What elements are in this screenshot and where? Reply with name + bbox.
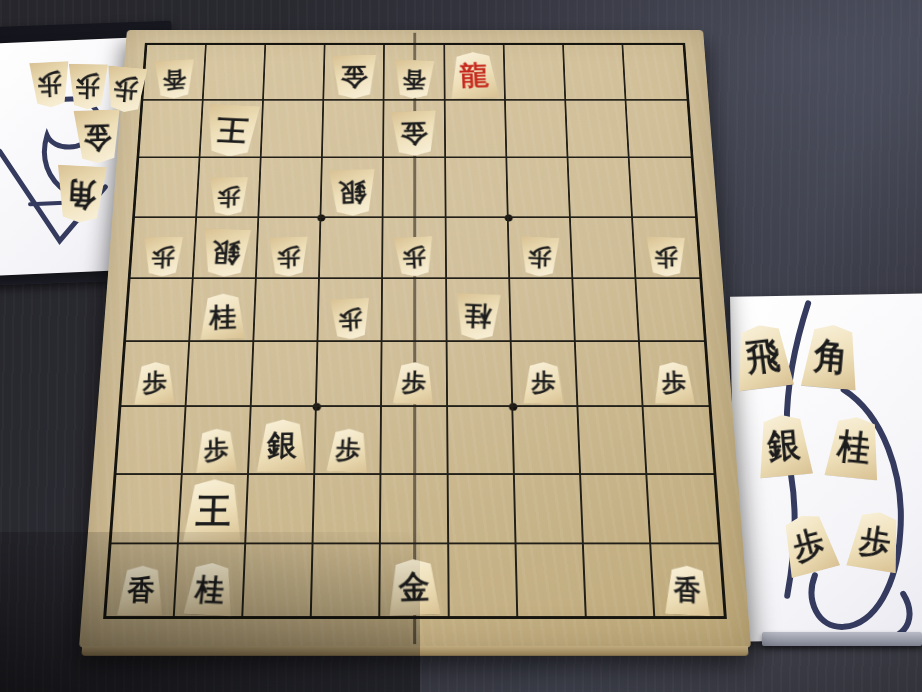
piece-kanji: 桂	[836, 428, 872, 466]
square-4d[interactable]	[446, 218, 510, 279]
square-2g[interactable]	[578, 407, 647, 474]
piece-kanji: 角	[813, 337, 850, 376]
piece-6a-gold[interactable]: 金	[331, 55, 377, 99]
right-tray-case-edge	[762, 632, 922, 646]
square-4c[interactable]	[446, 158, 509, 217]
square-9g[interactable]	[116, 407, 186, 474]
piece-8e-knight[interactable]: 桂	[200, 293, 246, 340]
square-5g[interactable]	[382, 407, 448, 474]
square-4h[interactable]	[448, 475, 516, 545]
square-2f[interactable]	[576, 342, 644, 407]
square-9h[interactable]	[111, 475, 182, 545]
square-3h[interactable]	[515, 475, 584, 545]
square-7h[interactable]	[246, 475, 315, 545]
square-1f[interactable]: 歩	[640, 342, 709, 407]
square-9c[interactable]	[135, 158, 201, 217]
square-9i[interactable]: 香	[106, 544, 179, 616]
square-8e[interactable]: 桂	[190, 279, 257, 342]
piece-1i-lance[interactable]: 香	[665, 565, 711, 617]
square-8d[interactable]: 銀	[194, 218, 260, 279]
square-5a[interactable]: 香	[385, 45, 445, 101]
square-7g[interactable]: 銀	[249, 407, 317, 474]
square-1a[interactable]	[623, 45, 687, 101]
piece-kanji: 歩	[662, 371, 687, 395]
square-6h[interactable]	[314, 475, 382, 545]
piece-kanji: 歩	[150, 245, 175, 268]
square-5b[interactable]: 金	[384, 101, 445, 159]
piece-5a-lance[interactable]: 香	[393, 60, 435, 99]
square-9a[interactable]: 香	[143, 45, 206, 101]
piece-4e-knight[interactable]: 桂	[454, 293, 501, 341]
piece-5b-gold[interactable]: 金	[390, 111, 438, 157]
square-9b[interactable]	[139, 101, 204, 159]
square-5i[interactable]: 金	[381, 544, 450, 616]
piece-kanji: 桂	[464, 303, 492, 331]
piece-kanji: 金	[398, 570, 430, 603]
piece-kanji: 歩	[532, 371, 557, 396]
piece-kanji: 香	[162, 68, 186, 91]
piece-kanji: 金	[83, 121, 112, 152]
square-5d[interactable]: 歩	[383, 218, 446, 279]
piece-6g-pawn[interactable]: 歩	[326, 428, 370, 473]
square-3e[interactable]	[510, 279, 576, 342]
piece-9i-lance[interactable]: 香	[117, 566, 166, 615]
square-2h[interactable]	[581, 475, 651, 545]
square-8f[interactable]	[187, 342, 255, 407]
square-6e[interactable]: 歩	[319, 279, 384, 342]
piece-8d-silver[interactable]: 銀	[200, 228, 252, 277]
square-8a[interactable]	[204, 45, 267, 101]
piece-kanji: 歩	[216, 185, 240, 207]
square-3a[interactable]	[504, 45, 566, 101]
square-4b[interactable]	[445, 101, 507, 159]
square-7b[interactable]	[262, 101, 325, 159]
piece-kanji: 飛	[744, 337, 782, 377]
square-8h[interactable]: 王	[179, 475, 249, 545]
piece-8g-pawn[interactable]: 歩	[195, 428, 237, 473]
square-1c[interactable]	[630, 158, 696, 217]
piece-kanji: 歩	[858, 522, 893, 559]
piece-3d-pawn[interactable]: 歩	[519, 236, 559, 277]
square-3i[interactable]	[516, 544, 586, 616]
square-6f[interactable]	[317, 342, 383, 407]
piece-7d-pawn[interactable]: 歩	[269, 236, 309, 277]
piece-kanji: 歩	[204, 437, 229, 463]
square-2a[interactable]	[564, 45, 627, 101]
square-5c[interactable]	[384, 158, 446, 217]
piece-8c-pawn[interactable]: 歩	[208, 177, 248, 216]
square-9f[interactable]: 歩	[121, 342, 190, 407]
square-3b[interactable]	[506, 101, 569, 159]
square-1g[interactable]	[643, 407, 713, 474]
square-9d[interactable]: 歩	[131, 218, 198, 279]
piece-kanji: 歩	[113, 76, 139, 104]
piece-kanji: 歩	[789, 524, 827, 564]
square-3f[interactable]: 歩	[511, 342, 578, 407]
square-1b[interactable]	[626, 101, 691, 159]
square-6g[interactable]: 歩	[315, 407, 382, 474]
square-2d[interactable]	[571, 218, 637, 279]
piece-kanji: 角	[65, 177, 97, 211]
piece-5d-pawn[interactable]: 歩	[393, 236, 435, 277]
piece-1d-pawn[interactable]: 歩	[646, 236, 686, 277]
piece-6e-pawn[interactable]: 歩	[329, 298, 371, 340]
piece-6c-silver[interactable]: 銀	[328, 169, 376, 217]
square-1e[interactable]	[636, 279, 704, 342]
square-3d[interactable]: 歩	[508, 218, 573, 279]
square-5h[interactable]	[381, 475, 448, 545]
shogi-board: 香金香龍王金歩銀歩銀歩歩歩歩桂歩桂歩歩歩歩歩銀歩王香桂金香	[79, 30, 751, 648]
square-4e[interactable]: 桂	[447, 279, 512, 342]
board-side-edge	[81, 646, 748, 656]
square-1h[interactable]	[647, 475, 718, 545]
piece-kanji: 香	[402, 68, 427, 91]
piece-8i-knight[interactable]: 桂	[183, 562, 236, 617]
square-8b[interactable]: 王	[200, 101, 264, 159]
piece-kanji: 龍	[459, 62, 490, 89]
piece-1f-pawn[interactable]: 歩	[653, 362, 696, 405]
piece-kanji: 歩	[335, 437, 362, 463]
piece-kanji: 銀	[267, 431, 298, 461]
piece-9f-pawn[interactable]: 歩	[134, 362, 176, 405]
square-7d[interactable]: 歩	[257, 218, 322, 279]
piece-4a-promoted-rook-dragon[interactable]: 龍	[449, 52, 500, 100]
square-4a[interactable]: 龍	[445, 45, 506, 101]
piece-kanji: 桂	[209, 303, 236, 330]
piece-kanji: 歩	[276, 245, 300, 268]
square-6b[interactable]	[323, 101, 385, 159]
piece-kanji: 歩	[401, 371, 427, 396]
square-8c[interactable]: 歩	[197, 158, 262, 217]
square-5f[interactable]: 歩	[382, 342, 447, 407]
square-7f[interactable]	[252, 342, 319, 407]
piece-kanji: 歩	[37, 71, 62, 98]
piece-kanji: 王	[195, 492, 232, 528]
square-3g[interactable]	[513, 407, 581, 474]
board-grid: 香金香龍王金歩銀歩銀歩歩歩歩桂歩桂歩歩歩歩歩銀歩王香桂金香	[103, 43, 727, 619]
square-7c[interactable]	[259, 158, 323, 217]
piece-5f-pawn[interactable]: 歩	[392, 362, 435, 406]
piece-kanji: 桂	[194, 573, 226, 604]
square-2c[interactable]	[568, 158, 633, 217]
piece-kanji: 歩	[528, 245, 552, 269]
square-5e[interactable]	[383, 279, 447, 342]
piece-kanji: 歩	[402, 245, 427, 269]
piece-7g-silver[interactable]: 銀	[256, 419, 308, 471]
piece-kanji: 香	[674, 576, 702, 606]
square-6c[interactable]: 銀	[322, 158, 385, 217]
square-4f[interactable]	[447, 342, 513, 407]
piece-kanji: 歩	[76, 73, 100, 99]
square-3c[interactable]	[507, 158, 571, 217]
square-8i[interactable]: 桂	[175, 544, 246, 616]
piece-3f-pawn[interactable]: 歩	[523, 362, 564, 405]
piece-kanji: 金	[340, 64, 367, 89]
square-8g[interactable]: 歩	[183, 407, 252, 474]
piece-5i-gold[interactable]: 金	[387, 558, 441, 616]
square-6i[interactable]	[312, 544, 381, 616]
square-6a[interactable]: 金	[324, 45, 385, 101]
square-2b[interactable]	[566, 101, 630, 159]
square-7e[interactable]	[254, 279, 320, 342]
piece-9d-pawn[interactable]: 歩	[142, 237, 183, 277]
piece-kanji: 歩	[142, 371, 167, 396]
piece-kanji: 金	[400, 120, 429, 146]
piece-kanji: 銀	[338, 179, 367, 206]
piece-kanji: 銀	[210, 238, 241, 266]
piece-8b-king[interactable]: 王	[202, 104, 260, 158]
piece-kanji: 王	[214, 115, 249, 146]
square-7i[interactable]	[243, 544, 313, 616]
square-4i[interactable]	[449, 544, 518, 616]
square-9e[interactable]	[126, 279, 194, 342]
square-1d[interactable]: 歩	[633, 218, 700, 279]
piece-kanji: 銀	[766, 427, 801, 465]
square-4g[interactable]	[448, 407, 515, 474]
square-6d[interactable]	[320, 218, 384, 279]
square-7a[interactable]	[264, 45, 326, 101]
square-1i[interactable]: 香	[651, 544, 724, 616]
desk-surface: 香金香龍王金歩銀歩銀歩歩歩歩桂歩桂歩歩歩歩歩銀歩王香桂金香 歩歩歩金角飛角銀桂歩…	[0, 0, 922, 692]
piece-9a-lance[interactable]: 香	[154, 59, 194, 99]
piece-kanji: 歩	[338, 307, 363, 331]
piece-kanji: 香	[127, 576, 156, 604]
piece-8h-king[interactable]: 王	[183, 479, 244, 541]
square-2i[interactable]	[584, 544, 655, 616]
square-2e[interactable]	[573, 279, 640, 342]
piece-kanji: 歩	[654, 245, 678, 268]
